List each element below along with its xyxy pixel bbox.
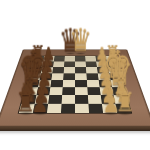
- square-c5: [62, 87, 75, 95]
- square-c4: [75, 87, 88, 95]
- board-front-edge: [0, 126, 150, 131]
- square-e5: [63, 73, 75, 80]
- chess-set-photo: ♜♟♟♜♞♟♟♞♝♟♟♝♚♟♟♚♛♟♟♛♝♟♟♝♞♟♟♞♜♟♟♜♛♛: [0, 0, 150, 150]
- square-b5: [62, 95, 75, 104]
- piece-black-pawn-a7: ♟: [20, 92, 59, 116]
- square-a4: [75, 104, 89, 113]
- chess-board: ♜♟♟♜♞♟♟♞♝♟♟♝♚♟♟♚♛♟♟♛♝♟♟♝♞♟♟♞♜♟♟♜♛♛: [0, 50, 150, 127]
- square-a5: [61, 104, 75, 113]
- piece-white-rook-a1: ♜: [103, 89, 147, 116]
- photo-scene: ♜♟♟♜♞♟♟♞♝♟♟♝♚♟♟♚♛♟♟♛♝♟♟♝♞♟♟♞♜♟♟♜♛♛: [0, 0, 150, 150]
- square-b4: [75, 95, 88, 104]
